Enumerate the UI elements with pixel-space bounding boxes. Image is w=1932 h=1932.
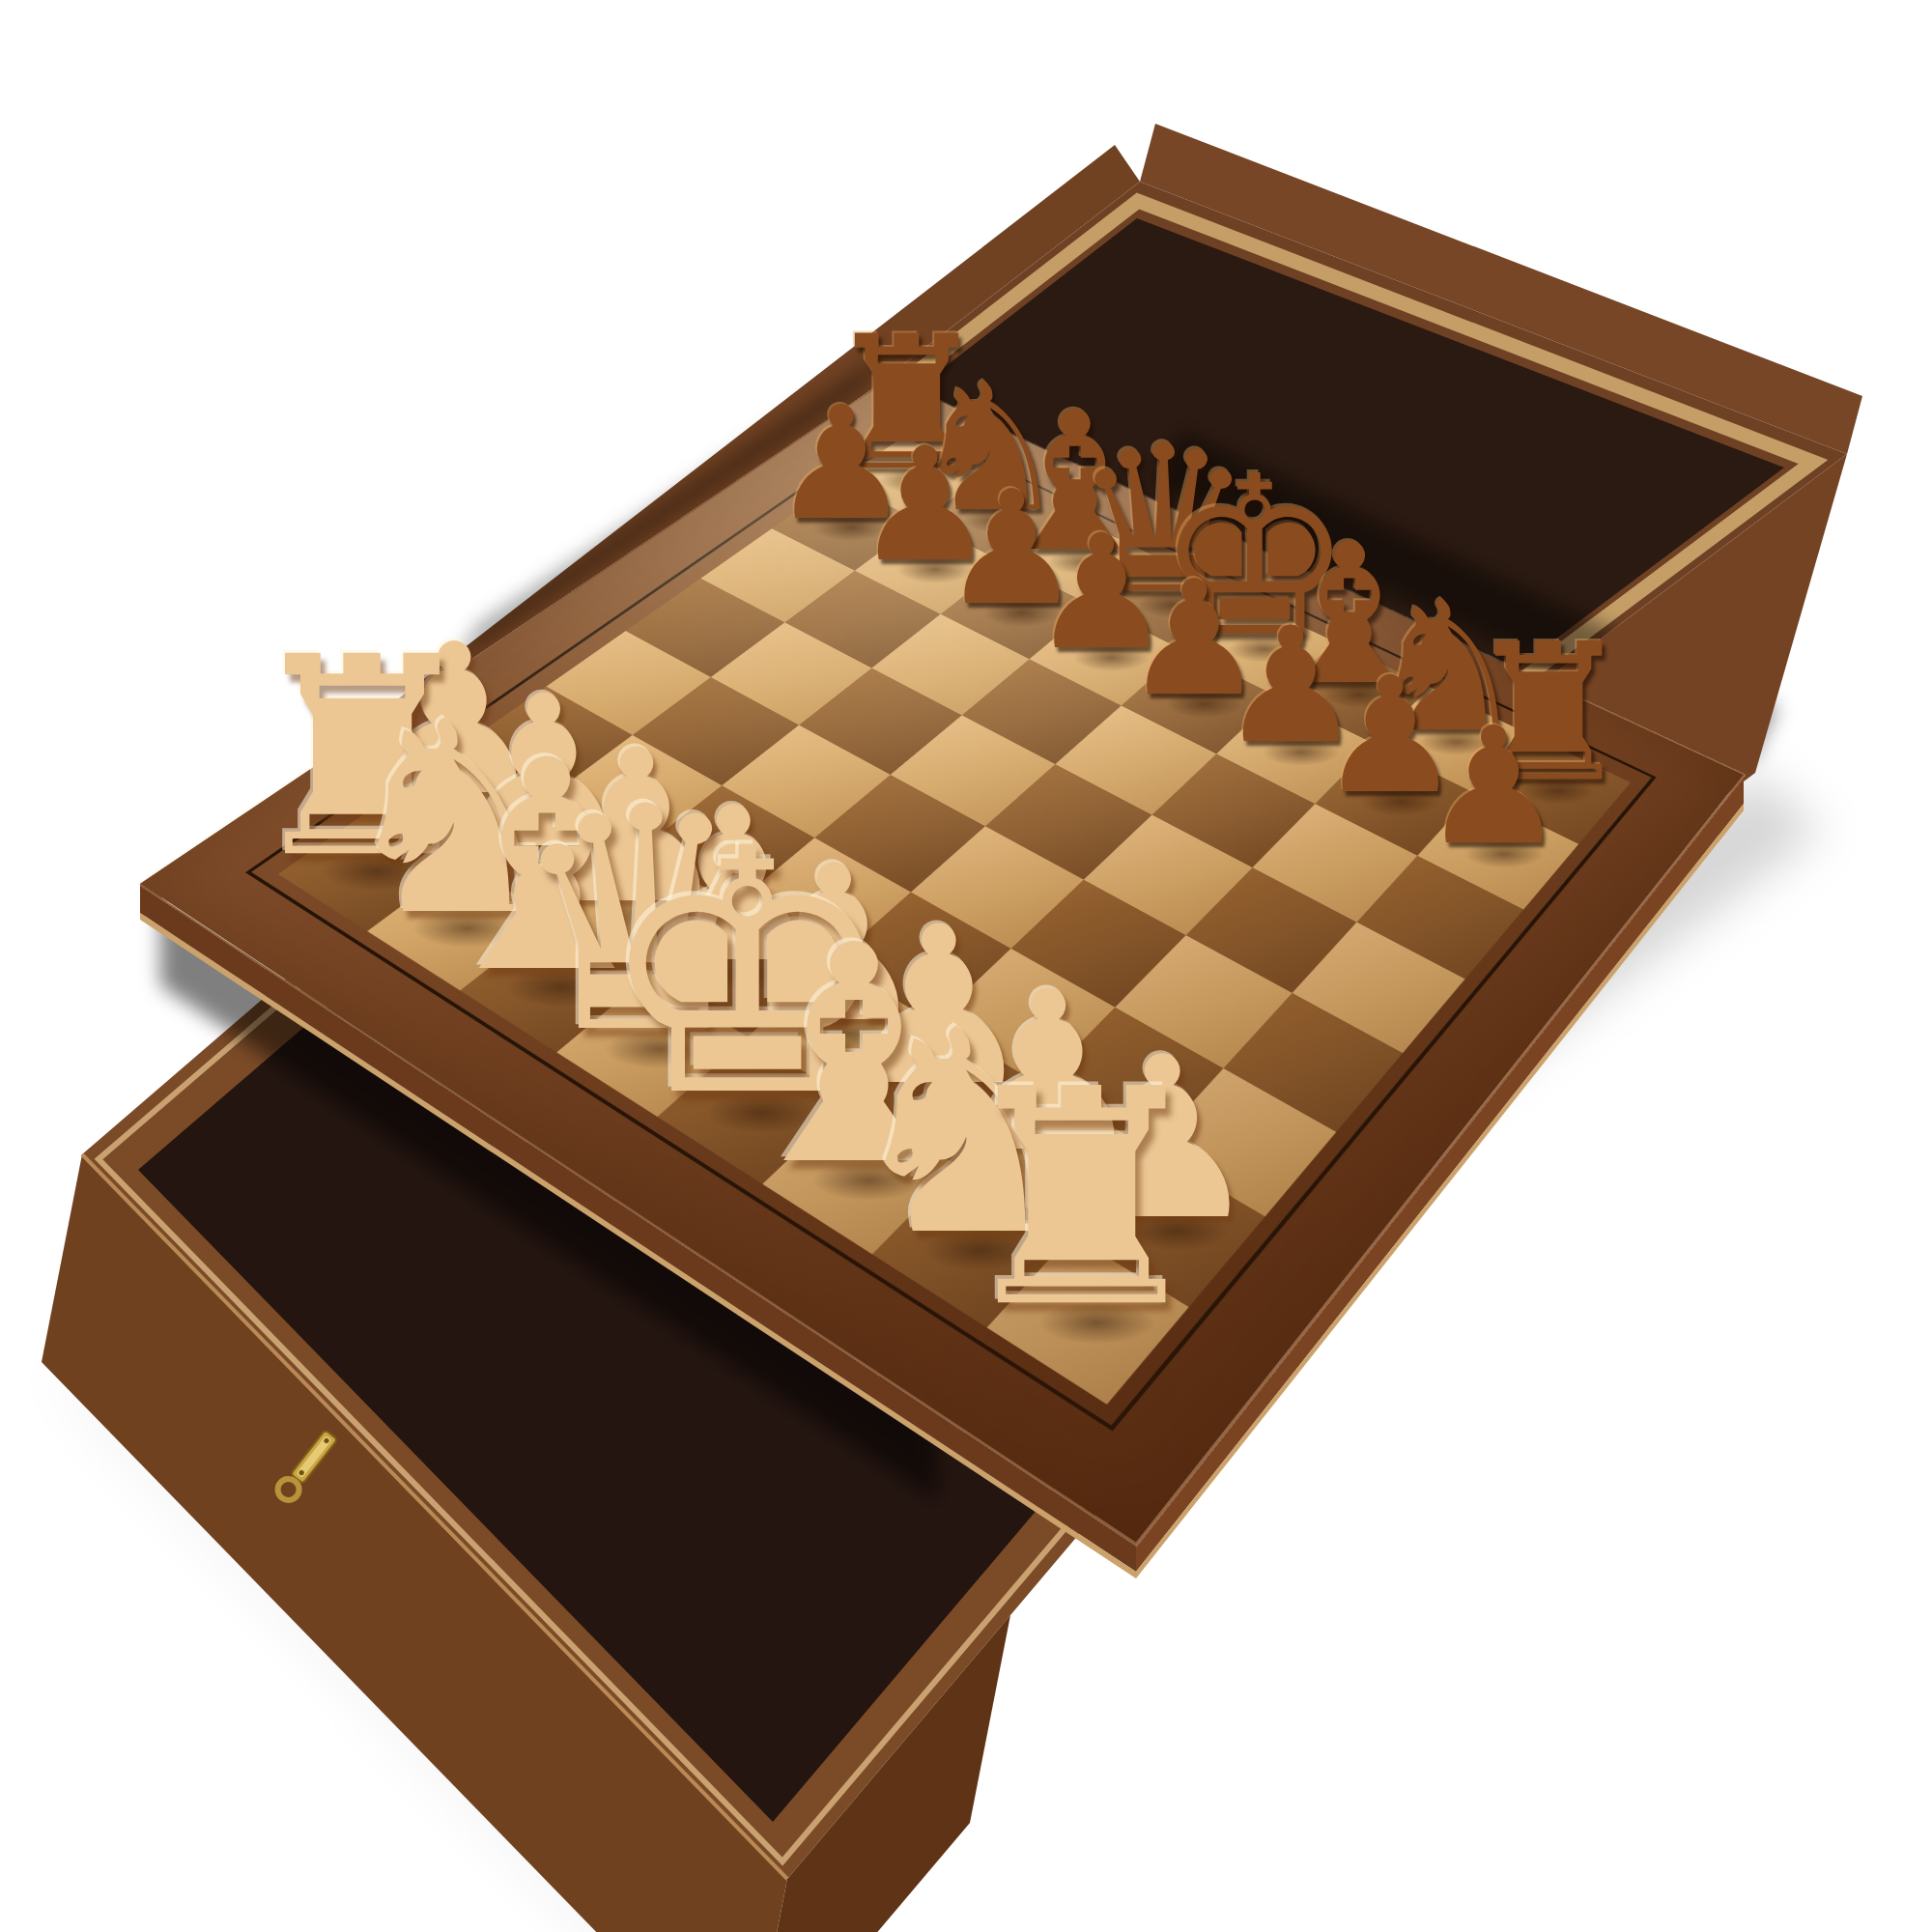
- chess-set-photo-scene: ♜♞♝♛♚♝♞♜♟♟♟♟♟♟♟♟♟♟♟♟♟♟♟♟♜♞♝♛♚♝♞♜: [0, 0, 1932, 1932]
